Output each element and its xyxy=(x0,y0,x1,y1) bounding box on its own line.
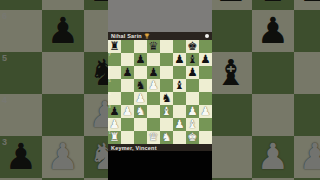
square-d4[interactable] xyxy=(147,92,160,105)
piece-white-pawn-g3[interactable]: ♟ xyxy=(187,106,197,118)
square-g1[interactable]: ♚ xyxy=(186,131,199,144)
square-a1[interactable]: 1♜ xyxy=(108,131,121,144)
status-dot-icon xyxy=(205,34,209,38)
chess-board[interactable]: 8♜♛♚7♟♟♝♟6♟♟♟5♞♟♝4♟♞3♟♟♞♝♟♟2♟♟♝1♜♛♞♚ xyxy=(108,40,212,144)
square-h2[interactable] xyxy=(199,118,212,131)
piece-black-pawn-d6[interactable]: ♟ xyxy=(148,67,158,79)
square-d3[interactable] xyxy=(147,105,160,118)
piece-black-queen-d8[interactable]: ♛ xyxy=(148,41,158,53)
piece-white-bishop-e3[interactable]: ♝ xyxy=(161,106,171,118)
piece-black-king-g8[interactable]: ♚ xyxy=(187,41,197,53)
square-g6[interactable]: ♟ xyxy=(186,66,199,79)
square-c2[interactable] xyxy=(134,118,147,131)
square-f5[interactable]: ♝ xyxy=(173,79,186,92)
square-f2[interactable]: ♟ xyxy=(173,118,186,131)
square-g5[interactable] xyxy=(186,79,199,92)
rank-label-1: 1 xyxy=(109,131,111,135)
square-e3[interactable]: ♝ xyxy=(160,105,173,118)
piece-white-pawn-c4[interactable]: ♟ xyxy=(135,93,145,105)
square-b3[interactable]: ♟ xyxy=(121,105,134,118)
rank-label-2: 2 xyxy=(109,118,111,122)
square-b1[interactable] xyxy=(121,131,134,144)
video-column: Nihal Sarin 8♜♛♚7♟♟♝♟6♟♟♟5♞♟♝4♟♞3♟♟♞♝♟♟2… xyxy=(108,0,212,180)
square-b5[interactable] xyxy=(121,79,134,92)
square-e7[interactable] xyxy=(160,53,173,66)
square-f4[interactable] xyxy=(173,92,186,105)
square-b6[interactable]: ♟ xyxy=(121,66,134,79)
rank-label-6: 6 xyxy=(109,66,111,70)
bottom-player-bar[interactable]: Keymer, Vincent xyxy=(108,144,212,151)
piece-white-bishop-g2[interactable]: ♝ xyxy=(187,119,197,131)
screen: 8♜♛♚7♟♟♝♟6♟♟♟5♞♟♝4♟♞3♟♟♞♝♟♟2♟♟♝1♜♛♞♚ Nih… xyxy=(0,0,320,180)
square-c1[interactable] xyxy=(134,131,147,144)
rank-label-8: 8 xyxy=(109,40,111,44)
rank-label-3: 3 xyxy=(109,105,111,109)
square-f1[interactable] xyxy=(173,131,186,144)
piece-black-bishop-f5[interactable]: ♝ xyxy=(174,80,184,92)
square-h5[interactable] xyxy=(199,79,212,92)
bottom-filler xyxy=(108,151,212,180)
square-h6[interactable] xyxy=(199,66,212,79)
piece-white-queen-d1[interactable]: ♛ xyxy=(148,132,158,144)
square-b8[interactable] xyxy=(121,40,134,53)
square-d5[interactable]: ♟ xyxy=(147,79,160,92)
piece-white-knight-e1[interactable]: ♞ xyxy=(161,132,171,144)
piece-white-pawn-b3[interactable]: ♟ xyxy=(122,106,132,118)
piece-black-pawn-h7[interactable]: ♟ xyxy=(200,54,210,66)
piece-white-pawn-d5[interactable]: ♟ xyxy=(148,80,158,92)
blank-overlay-box xyxy=(108,0,212,32)
square-e6[interactable] xyxy=(160,66,173,79)
piece-black-pawn-f7[interactable]: ♟ xyxy=(174,54,184,66)
square-b2[interactable] xyxy=(121,118,134,131)
piece-white-pawn-h3[interactable]: ♟ xyxy=(200,106,210,118)
piece-white-knight-c3[interactable]: ♞ xyxy=(135,106,145,118)
piece-black-pawn-c7[interactable]: ♟ xyxy=(135,54,145,66)
square-e8[interactable] xyxy=(160,40,173,53)
rank-label-5: 5 xyxy=(109,79,111,83)
piece-black-pawn-g6[interactable]: ♟ xyxy=(187,67,197,79)
bottom-player-name: Keymer, Vincent xyxy=(111,145,157,151)
square-e1[interactable]: ♞ xyxy=(160,131,173,144)
square-h7[interactable]: ♟ xyxy=(199,53,212,66)
square-d1[interactable]: ♛ xyxy=(147,131,160,144)
square-c7[interactable]: ♟ xyxy=(134,53,147,66)
piece-black-knight-c5[interactable]: ♞ xyxy=(135,80,145,92)
rank-label-4: 4 xyxy=(109,92,111,96)
piece-white-king-g1[interactable]: ♚ xyxy=(187,132,197,144)
square-h1[interactable] xyxy=(199,131,212,144)
square-h3[interactable]: ♟ xyxy=(199,105,212,118)
rank-label-7: 7 xyxy=(109,53,111,57)
piece-white-pawn-f2[interactable]: ♟ xyxy=(174,119,184,131)
piece-black-bishop-g7[interactable]: ♝ xyxy=(187,54,197,66)
piece-black-pawn-b6[interactable]: ♟ xyxy=(122,67,132,79)
piece-black-knight-e4[interactable]: ♞ xyxy=(161,93,171,105)
square-f7[interactable]: ♟ xyxy=(173,53,186,66)
square-d8[interactable]: ♛ xyxy=(147,40,160,53)
square-c3[interactable]: ♞ xyxy=(134,105,147,118)
